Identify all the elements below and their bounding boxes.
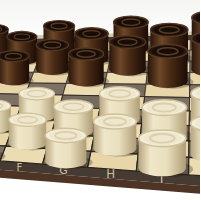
draughts-board: AABBCCDDEEFFGGHHIIJJ — [0, 0, 200, 200]
dark-man-I4 — [148, 44, 194, 88]
dark-man-H3 — [109, 36, 151, 77]
coordinate-letter-near-F: F — [16, 162, 22, 173]
dark-man-E4 — [0, 51, 34, 86]
light-man-I10 — [139, 130, 194, 177]
light-man-G10 — [45, 128, 92, 169]
dark-man-J3 — [192, 31, 201, 77]
coordinate-letter-near-H: H — [106, 167, 115, 181]
dark-man-G4 — [69, 48, 110, 87]
light-man-H9 — [94, 114, 143, 156]
light-man-J9 — [191, 115, 200, 164]
dark-man-F3 — [36, 39, 74, 75]
product-photo-scene: AABBCCDDEEFFGGHHIIJJ — [0, 0, 200, 200]
